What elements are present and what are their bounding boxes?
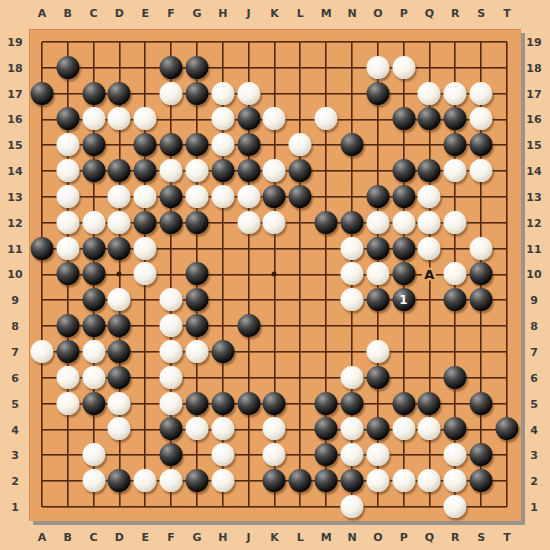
point-O13[interactable] [365,184,391,210]
white-stone-D13[interactable] [108,185,131,208]
white-stone-R3[interactable] [444,443,467,466]
point-A10[interactable] [29,261,55,287]
white-stone-D4[interactable] [108,417,131,440]
point-C7[interactable] [81,339,107,365]
point-B13[interactable] [55,184,81,210]
point-L6[interactable] [287,365,313,391]
black-stone-J16[interactable] [237,107,260,130]
white-stone-O12[interactable] [366,211,389,234]
point-S13[interactable] [468,184,494,210]
black-stone-D8[interactable] [108,314,131,337]
point-Q2[interactable] [416,468,442,494]
point-G9[interactable] [184,287,210,313]
point-L19[interactable] [287,29,313,55]
white-stone-F8[interactable] [160,314,183,337]
white-stone-G14[interactable] [185,159,208,182]
point-L11[interactable] [287,236,313,262]
point-R3[interactable] [442,442,468,468]
point-F5[interactable] [158,391,184,417]
point-K19[interactable] [261,29,287,55]
point-A11[interactable] [29,236,55,262]
point-F7[interactable] [158,339,184,365]
point-H13[interactable] [210,184,236,210]
point-B1[interactable] [55,494,81,520]
point-T8[interactable] [494,313,520,339]
white-stone-F6[interactable] [160,366,183,389]
black-stone-S5[interactable] [469,392,492,415]
white-stone-B11[interactable] [56,237,79,260]
point-O18[interactable] [365,55,391,81]
point-S10[interactable] [468,261,494,287]
white-stone-D12[interactable] [108,211,131,234]
point-K2[interactable] [261,468,287,494]
black-stone-T4[interactable] [495,417,518,440]
point-J8[interactable] [236,313,262,339]
point-J11[interactable] [236,236,262,262]
point-T1[interactable] [494,494,520,520]
point-J1[interactable] [236,494,262,520]
point-T6[interactable] [494,365,520,391]
white-stone-R17[interactable] [444,82,467,105]
point-Q19[interactable] [416,29,442,55]
point-O12[interactable] [365,210,391,236]
point-J19[interactable] [236,29,262,55]
point-N5[interactable] [339,391,365,417]
point-L3[interactable] [287,442,313,468]
black-stone-C8[interactable] [82,314,105,337]
black-stone-S9[interactable] [469,288,492,311]
white-stone-G4[interactable] [185,417,208,440]
point-P14[interactable] [391,158,417,184]
black-stone-D7[interactable] [108,340,131,363]
point-L5[interactable] [287,391,313,417]
point-F11[interactable] [158,236,184,262]
black-stone-J15[interactable] [237,133,260,156]
point-J12[interactable] [236,210,262,236]
black-stone-L2[interactable] [289,469,312,492]
point-E12[interactable] [132,210,158,236]
point-N19[interactable] [339,29,365,55]
point-H1[interactable] [210,494,236,520]
point-C10[interactable] [81,261,107,287]
point-O14[interactable] [365,158,391,184]
point-A16[interactable] [29,106,55,132]
white-stone-C3[interactable] [82,443,105,466]
point-S1[interactable] [468,494,494,520]
white-stone-C6[interactable] [82,366,105,389]
white-stone-M16[interactable] [315,107,338,130]
point-H14[interactable] [210,158,236,184]
point-E6[interactable] [132,365,158,391]
point-T5[interactable] [494,391,520,417]
black-stone-R6[interactable] [444,366,467,389]
point-L14[interactable] [287,158,313,184]
point-N1[interactable] [339,494,365,520]
point-N2[interactable] [339,468,365,494]
black-stone-J14[interactable] [237,159,260,182]
black-stone-C9[interactable] [82,288,105,311]
point-P19[interactable] [391,29,417,55]
point-J3[interactable] [236,442,262,468]
black-stone-S15[interactable] [469,133,492,156]
point-T16[interactable] [494,106,520,132]
point-P1[interactable] [391,494,417,520]
point-K7[interactable] [261,339,287,365]
white-stone-P2[interactable] [392,469,415,492]
point-G2[interactable] [184,468,210,494]
white-stone-E13[interactable] [134,185,157,208]
point-B19[interactable] [55,29,81,55]
point-G15[interactable] [184,132,210,158]
point-E3[interactable] [132,442,158,468]
black-stone-O17[interactable] [366,82,389,105]
point-L10[interactable] [287,261,313,287]
point-G10[interactable] [184,261,210,287]
point-N18[interactable] [339,55,365,81]
point-A1[interactable] [29,494,55,520]
point-E17[interactable] [132,81,158,107]
point-K6[interactable] [261,365,287,391]
black-stone-P5[interactable] [392,392,415,415]
point-P15[interactable] [391,132,417,158]
black-stone-Q5[interactable] [418,392,441,415]
point-N4[interactable] [339,416,365,442]
black-stone-E12[interactable] [134,211,157,234]
point-H18[interactable] [210,55,236,81]
white-stone-B6[interactable] [56,366,79,389]
point-C8[interactable] [81,313,107,339]
point-B5[interactable] [55,391,81,417]
point-H4[interactable] [210,416,236,442]
white-stone-R2[interactable] [444,469,467,492]
point-O19[interactable] [365,29,391,55]
point-B9[interactable] [55,287,81,313]
point-D3[interactable] [106,442,132,468]
point-Q4[interactable] [416,416,442,442]
point-C9[interactable] [81,287,107,313]
point-C11[interactable] [81,236,107,262]
point-H2[interactable] [210,468,236,494]
black-stone-F12[interactable] [160,211,183,234]
black-stone-L13[interactable] [289,185,312,208]
point-K17[interactable] [261,81,287,107]
white-stone-O2[interactable] [366,469,389,492]
point-C6[interactable] [81,365,107,391]
point-J5[interactable] [236,391,262,417]
black-stone-M3[interactable] [315,443,338,466]
point-H15[interactable] [210,132,236,158]
black-stone-A11[interactable] [30,237,53,260]
white-stone-G7[interactable] [185,340,208,363]
white-stone-E10[interactable] [134,262,157,285]
point-E13[interactable] [132,184,158,210]
point-Q9[interactable] [416,287,442,313]
point-N14[interactable] [339,158,365,184]
point-C17[interactable] [81,81,107,107]
point-T3[interactable] [494,442,520,468]
point-D19[interactable] [106,29,132,55]
point-A9[interactable] [29,287,55,313]
point-K11[interactable] [261,236,287,262]
black-stone-D17[interactable] [108,82,131,105]
black-stone-M5[interactable] [315,392,338,415]
point-P2[interactable] [391,468,417,494]
point-L18[interactable] [287,55,313,81]
point-Q3[interactable] [416,442,442,468]
black-stone-F3[interactable] [160,443,183,466]
point-L4[interactable] [287,416,313,442]
white-stone-Q4[interactable] [418,417,441,440]
white-stone-E2[interactable] [134,469,157,492]
point-G5[interactable] [184,391,210,417]
point-C5[interactable] [81,391,107,417]
white-stone-D9[interactable] [108,288,131,311]
point-A6[interactable] [29,365,55,391]
white-stone-C12[interactable] [82,211,105,234]
point-Q16[interactable] [416,106,442,132]
point-R5[interactable] [442,391,468,417]
point-L1[interactable] [287,494,313,520]
white-stone-F9[interactable] [160,288,183,311]
black-stone-C5[interactable] [82,392,105,415]
point-E7[interactable] [132,339,158,365]
point-R1[interactable] [442,494,468,520]
point-P3[interactable] [391,442,417,468]
black-stone-S3[interactable] [469,443,492,466]
white-stone-Q2[interactable] [418,469,441,492]
black-stone-P11[interactable] [392,237,415,260]
point-R15[interactable] [442,132,468,158]
point-T10[interactable] [494,261,520,287]
point-L15[interactable] [287,132,313,158]
point-M11[interactable] [313,236,339,262]
white-stone-J17[interactable] [237,82,260,105]
black-stone-C10[interactable] [82,262,105,285]
black-stone-G17[interactable] [185,82,208,105]
black-stone-D2[interactable] [108,469,131,492]
white-stone-F14[interactable] [160,159,183,182]
black-stone-O6[interactable] [366,366,389,389]
point-G13[interactable] [184,184,210,210]
point-D13[interactable] [106,184,132,210]
black-stone-G15[interactable] [185,133,208,156]
point-Q18[interactable] [416,55,442,81]
point-K15[interactable] [261,132,287,158]
black-stone-D11[interactable] [108,237,131,260]
white-stone-R1[interactable] [444,495,467,518]
white-stone-P18[interactable] [392,56,415,79]
point-S11[interactable] [468,236,494,262]
point-T7[interactable] [494,339,520,365]
point-E5[interactable] [132,391,158,417]
point-N6[interactable] [339,365,365,391]
point-J7[interactable] [236,339,262,365]
point-G19[interactable] [184,29,210,55]
black-stone-M4[interactable] [315,417,338,440]
white-stone-S16[interactable] [469,107,492,130]
point-D12[interactable] [106,210,132,236]
point-P18[interactable] [391,55,417,81]
point-G17[interactable] [184,81,210,107]
point-R12[interactable] [442,210,468,236]
point-B12[interactable] [55,210,81,236]
point-M10[interactable] [313,261,339,287]
point-F2[interactable] [158,468,184,494]
white-stone-C2[interactable] [82,469,105,492]
point-S6[interactable] [468,365,494,391]
point-F1[interactable] [158,494,184,520]
point-D7[interactable] [106,339,132,365]
black-stone-F15[interactable] [160,133,183,156]
point-P13[interactable] [391,184,417,210]
point-M8[interactable] [313,313,339,339]
point-P4[interactable] [391,416,417,442]
point-G3[interactable] [184,442,210,468]
point-T9[interactable] [494,287,520,313]
point-G6[interactable] [184,365,210,391]
point-G11[interactable] [184,236,210,262]
point-L2[interactable] [287,468,313,494]
point-F10[interactable] [158,261,184,287]
point-E14[interactable] [132,158,158,184]
white-stone-Q13[interactable] [418,185,441,208]
point-J13[interactable] [236,184,262,210]
point-D15[interactable] [106,132,132,158]
point-K9[interactable] [261,287,287,313]
point-B18[interactable] [55,55,81,81]
point-N3[interactable] [339,442,365,468]
white-stone-B13[interactable] [56,185,79,208]
black-stone-O11[interactable] [366,237,389,260]
point-A2[interactable] [29,468,55,494]
black-stone-P14[interactable] [392,159,415,182]
point-O1[interactable] [365,494,391,520]
point-T14[interactable] [494,158,520,184]
point-K4[interactable] [261,416,287,442]
black-stone-Q14[interactable] [418,159,441,182]
point-G4[interactable] [184,416,210,442]
black-stone-R4[interactable] [444,417,467,440]
point-G18[interactable] [184,55,210,81]
black-stone-L14[interactable] [289,159,312,182]
point-Q6[interactable] [416,365,442,391]
point-B2[interactable] [55,468,81,494]
point-Q7[interactable] [416,339,442,365]
point-S14[interactable] [468,158,494,184]
white-stone-S17[interactable] [469,82,492,105]
white-stone-S14[interactable] [469,159,492,182]
point-K13[interactable] [261,184,287,210]
point-B17[interactable] [55,81,81,107]
point-F14[interactable] [158,158,184,184]
black-stone-S10[interactable] [469,262,492,285]
point-E10[interactable] [132,261,158,287]
point-D4[interactable] [106,416,132,442]
point-P5[interactable] [391,391,417,417]
white-stone-N6[interactable] [340,366,363,389]
black-stone-N12[interactable] [340,211,363,234]
point-F3[interactable] [158,442,184,468]
white-stone-K12[interactable] [263,211,286,234]
point-S15[interactable] [468,132,494,158]
point-L8[interactable] [287,313,313,339]
point-L16[interactable] [287,106,313,132]
point-C3[interactable] [81,442,107,468]
point-E4[interactable] [132,416,158,442]
point-D17[interactable] [106,81,132,107]
black-stone-K5[interactable] [263,392,286,415]
point-E19[interactable] [132,29,158,55]
point-D1[interactable] [106,494,132,520]
white-stone-H17[interactable] [211,82,234,105]
point-M2[interactable] [313,468,339,494]
point-A3[interactable] [29,442,55,468]
point-S9[interactable] [468,287,494,313]
black-stone-N15[interactable] [340,133,363,156]
point-H19[interactable] [210,29,236,55]
point-G16[interactable] [184,106,210,132]
point-A5[interactable] [29,391,55,417]
point-T19[interactable] [494,29,520,55]
point-D10[interactable] [106,261,132,287]
black-stone-H5[interactable] [211,392,234,415]
point-N7[interactable] [339,339,365,365]
point-L7[interactable] [287,339,313,365]
black-stone-C17[interactable] [82,82,105,105]
point-F12[interactable] [158,210,184,236]
point-K5[interactable] [261,391,287,417]
point-C14[interactable] [81,158,107,184]
point-S8[interactable] [468,313,494,339]
point-M7[interactable] [313,339,339,365]
point-G12[interactable] [184,210,210,236]
black-stone-J8[interactable] [237,314,260,337]
white-stone-H13[interactable] [211,185,234,208]
white-stone-A7[interactable] [30,340,53,363]
point-C19[interactable] [81,29,107,55]
point-C1[interactable] [81,494,107,520]
point-H6[interactable] [210,365,236,391]
point-B6[interactable] [55,365,81,391]
white-stone-H3[interactable] [211,443,234,466]
black-stone-E14[interactable] [134,159,157,182]
point-N12[interactable] [339,210,365,236]
black-stone-F18[interactable] [160,56,183,79]
point-J18[interactable] [236,55,262,81]
point-S18[interactable] [468,55,494,81]
point-S2[interactable] [468,468,494,494]
point-S4[interactable] [468,416,494,442]
white-stone-L15[interactable] [289,133,312,156]
point-F15[interactable] [158,132,184,158]
point-P17[interactable] [391,81,417,107]
point-E16[interactable] [132,106,158,132]
white-stone-Q11[interactable] [418,237,441,260]
black-stone-N5[interactable] [340,392,363,415]
black-stone-H14[interactable] [211,159,234,182]
point-M19[interactable] [313,29,339,55]
point-A14[interactable] [29,158,55,184]
black-stone-G2[interactable] [185,469,208,492]
black-stone-M12[interactable] [315,211,338,234]
point-M13[interactable] [313,184,339,210]
white-stone-O7[interactable] [366,340,389,363]
point-O17[interactable] [365,81,391,107]
point-A8[interactable] [29,313,55,339]
point-Q8[interactable] [416,313,442,339]
point-E11[interactable] [132,236,158,262]
point-R2[interactable] [442,468,468,494]
